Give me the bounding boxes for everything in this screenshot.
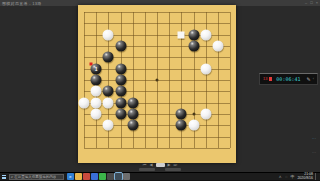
black-stone: [115, 63, 126, 74]
window-title: 围棋对局直播 - 13路: [2, 1, 42, 6]
white-stone: [91, 86, 102, 97]
grid-line-h: [84, 137, 230, 138]
pencil-icon[interactable]: ✎: [306, 77, 310, 82]
black-stone: [115, 74, 126, 85]
star-point: [156, 78, 159, 81]
black-stone: [188, 40, 199, 51]
folder-icon[interactable]: [75, 173, 82, 180]
white-stone: [212, 40, 223, 51]
taskbar-app-icons: e: [67, 173, 130, 181]
white-stone: [91, 108, 102, 119]
nav-prev-icon[interactable]: ◀: [149, 163, 152, 167]
toolbar-label-right[interactable]: [165, 168, 181, 171]
nav-toggle-button[interactable]: [156, 163, 165, 167]
black-stone: [115, 40, 126, 51]
grid-line-v: [169, 12, 170, 148]
black-stone: [127, 120, 138, 131]
app-red-icon[interactable]: [83, 173, 90, 180]
go-board[interactable]: 1: [78, 5, 236, 163]
white-stone: [200, 29, 211, 40]
app-gray-icon[interactable]: [123, 173, 130, 180]
toolbar-labels: [139, 168, 181, 171]
black-stone: [176, 120, 187, 131]
taskbar-search-input[interactable]: ⌕ 在这里输入你要搜索的内容: [9, 174, 64, 180]
taskbar: ⌕ 在这里输入你要搜索的内容 e ∧ ◌ 中 21:08 2020/8/16: [0, 172, 320, 180]
go-app-icon[interactable]: [115, 173, 122, 180]
edge-label-lower: ···: [312, 151, 316, 155]
app-dark-icon[interactable]: [107, 173, 114, 180]
black-stone: [103, 86, 114, 97]
show-desktop-button[interactable]: [315, 173, 317, 181]
app-green-icon[interactable]: [99, 173, 106, 180]
grid-line-v: [230, 12, 231, 148]
taskbar-clock[interactable]: 21:08 2020/8/16: [297, 173, 313, 180]
black-stone: [127, 97, 138, 108]
capture-counter: 13: [263, 77, 267, 81]
black-stone: 1: [91, 63, 102, 74]
white-stone: [79, 97, 90, 108]
white-stone: [91, 97, 102, 108]
white-stone: [103, 29, 114, 40]
nav-first-icon[interactable]: ⏮: [143, 163, 147, 167]
panel-caret-icon[interactable]: ‹: [313, 77, 314, 81]
black-stone: [176, 108, 187, 119]
black-stone: [127, 108, 138, 119]
app-blue-icon[interactable]: [91, 173, 98, 180]
nav-next-icon[interactable]: ▶: [168, 163, 171, 167]
grid-line-v: [218, 12, 219, 148]
grid-line-h: [84, 148, 230, 149]
system-tray: ∧ ◌ 中 21:08 2020/8/16: [278, 173, 320, 181]
search-icon: ⌕: [11, 175, 13, 179]
black-stone: [115, 108, 126, 119]
app-window: 围棋对局直播 - 13路 – □ × 1 13 00:06:41 ✎ ‹ ···…: [0, 0, 320, 180]
windows-logo-icon: [2, 175, 6, 179]
move-number-label: 1: [95, 66, 98, 71]
browser-icon[interactable]: e: [67, 173, 74, 180]
window-controls: – □ ×: [305, 1, 318, 5]
white-square-marker: [178, 31, 185, 38]
nav-last-icon[interactable]: ⏭: [174, 163, 178, 167]
tray-icons[interactable]: ∧ ◌ 中: [278, 175, 295, 179]
minimize-button[interactable]: –: [305, 1, 307, 5]
white-stone: [200, 108, 211, 119]
timer-panel: 13 00:06:41 ✎ ‹: [259, 73, 318, 85]
black-stone: [188, 29, 199, 40]
start-button[interactable]: [0, 173, 8, 181]
black-stone: [115, 97, 126, 108]
black-stone: [103, 52, 114, 63]
black-stone: [91, 74, 102, 85]
black-stone: [115, 86, 126, 97]
search-placeholder: 在这里输入你要搜索的内容: [14, 175, 56, 179]
maximize-button[interactable]: □: [310, 1, 312, 5]
white-stone: [188, 120, 199, 131]
clock-date: 2020/8/16: [297, 177, 313, 181]
board-toolbar: ⏮ ◀ ▶ ⏭: [100, 163, 220, 172]
edge-label-upper: ···: [312, 137, 316, 141]
red-square-icon: [269, 77, 272, 81]
white-stone: [103, 97, 114, 108]
move-nav-row: ⏮ ◀ ▶ ⏭: [143, 163, 177, 167]
toolbar-label-left[interactable]: [139, 168, 155, 171]
white-stone: [200, 63, 211, 74]
game-clock: 00:06:41: [276, 77, 300, 82]
white-stone: [103, 120, 114, 131]
close-button[interactable]: ×: [316, 1, 318, 5]
star-point: [192, 112, 195, 115]
